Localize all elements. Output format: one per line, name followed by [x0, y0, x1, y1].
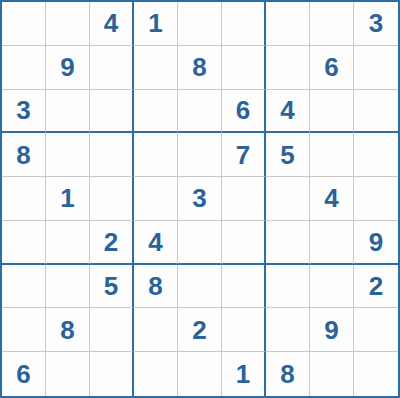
sudoku-cell-given: 4	[90, 2, 134, 46]
sudoku-cell-empty[interactable]	[2, 2, 46, 46]
sudoku-cell-given: 9	[354, 221, 398, 265]
sudoku-cell-empty[interactable]	[46, 221, 90, 265]
sudoku-cell-empty[interactable]	[178, 133, 222, 177]
sudoku-cell-given: 6	[222, 90, 266, 134]
sudoku-cell-given: 5	[266, 133, 310, 177]
sudoku-cell-given: 3	[2, 90, 46, 134]
sudoku-cell-empty[interactable]	[310, 2, 354, 46]
sudoku-cell-given: 3	[354, 2, 398, 46]
sudoku-cell-given: 6	[310, 46, 354, 90]
sudoku-cell-empty[interactable]	[90, 308, 134, 352]
sudoku-cell-given: 8	[178, 46, 222, 90]
sudoku-cell-empty[interactable]	[134, 90, 178, 134]
sudoku-cell-empty[interactable]	[90, 133, 134, 177]
sudoku-cell-given: 7	[222, 133, 266, 177]
sudoku-cell-given: 8	[134, 265, 178, 309]
sudoku-cell-empty[interactable]	[134, 177, 178, 221]
sudoku-cell-empty[interactable]	[46, 90, 90, 134]
sudoku-cell-empty[interactable]	[222, 308, 266, 352]
sudoku-cell-empty[interactable]	[134, 308, 178, 352]
sudoku-cell-empty[interactable]	[310, 90, 354, 134]
sudoku-cell-empty[interactable]	[178, 2, 222, 46]
sudoku-cell-empty[interactable]	[178, 90, 222, 134]
sudoku-cell-given: 8	[266, 352, 310, 396]
sudoku-cell-empty[interactable]	[2, 265, 46, 309]
sudoku-cell-empty[interactable]	[2, 308, 46, 352]
sudoku-cell-empty[interactable]	[222, 177, 266, 221]
sudoku-cell-empty[interactable]	[266, 2, 310, 46]
sudoku-cell-empty[interactable]	[178, 221, 222, 265]
sudoku-cell-empty[interactable]	[310, 221, 354, 265]
sudoku-cell-empty[interactable]	[354, 308, 398, 352]
sudoku-cell-empty[interactable]	[222, 2, 266, 46]
sudoku-cell-empty[interactable]	[2, 221, 46, 265]
sudoku-cell-empty[interactable]	[178, 352, 222, 396]
sudoku-cell-empty[interactable]	[178, 265, 222, 309]
sudoku-cell-empty[interactable]	[222, 46, 266, 90]
sudoku-cell-empty[interactable]	[90, 352, 134, 396]
sudoku-cell-empty[interactable]	[46, 265, 90, 309]
sudoku-cell-empty[interactable]	[134, 352, 178, 396]
sudoku-cell-empty[interactable]	[266, 265, 310, 309]
sudoku-cell-empty[interactable]	[46, 352, 90, 396]
sudoku-cell-empty[interactable]	[354, 352, 398, 396]
sudoku-cell-given: 6	[2, 352, 46, 396]
sudoku-cell-empty[interactable]	[90, 177, 134, 221]
sudoku-cell-empty[interactable]	[266, 46, 310, 90]
sudoku-cell-given: 8	[2, 133, 46, 177]
sudoku-cell-given: 4	[266, 90, 310, 134]
sudoku-cell-empty[interactable]	[90, 46, 134, 90]
sudoku-cell-empty[interactable]	[354, 177, 398, 221]
sudoku-cell-given: 8	[46, 308, 90, 352]
sudoku-cell-empty[interactable]	[354, 133, 398, 177]
sudoku-cell-empty[interactable]	[310, 133, 354, 177]
sudoku-cell-empty[interactable]	[222, 221, 266, 265]
sudoku-cell-empty[interactable]	[222, 265, 266, 309]
sudoku-cell-empty[interactable]	[90, 90, 134, 134]
sudoku-cell-given: 9	[46, 46, 90, 90]
sudoku-cell-empty[interactable]	[2, 177, 46, 221]
sudoku-cell-given: 2	[90, 221, 134, 265]
sudoku-cell-empty[interactable]	[266, 177, 310, 221]
sudoku-cell-given: 4	[310, 177, 354, 221]
sudoku-cell-given: 9	[310, 308, 354, 352]
sudoku-cell-empty[interactable]	[354, 90, 398, 134]
sudoku-cell-given: 1	[46, 177, 90, 221]
sudoku-cell-empty[interactable]	[134, 46, 178, 90]
sudoku-cell-empty[interactable]	[2, 46, 46, 90]
sudoku-board: 413986364875134249582829618	[0, 0, 400, 398]
sudoku-cell-given: 3	[178, 177, 222, 221]
sudoku-cell-empty[interactable]	[46, 2, 90, 46]
sudoku-cell-empty[interactable]	[354, 46, 398, 90]
sudoku-cell-empty[interactable]	[266, 221, 310, 265]
sudoku-cell-empty[interactable]	[310, 265, 354, 309]
sudoku-cell-empty[interactable]	[310, 352, 354, 396]
sudoku-cell-empty[interactable]	[46, 133, 90, 177]
sudoku-cell-given: 4	[134, 221, 178, 265]
sudoku-cell-given: 5	[90, 265, 134, 309]
sudoku-cell-given: 1	[222, 352, 266, 396]
sudoku-cell-empty[interactable]	[266, 308, 310, 352]
sudoku-cell-given: 1	[134, 2, 178, 46]
sudoku-cell-given: 2	[178, 308, 222, 352]
sudoku-cell-empty[interactable]	[134, 133, 178, 177]
sudoku-cell-given: 2	[354, 265, 398, 309]
